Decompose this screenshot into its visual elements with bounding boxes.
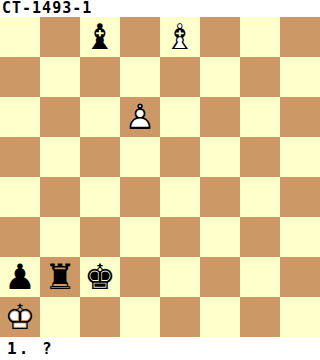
square-b3[interactable] [40,217,80,257]
square-b6[interactable] [40,97,80,137]
square-c4[interactable] [80,177,120,217]
square-h1[interactable] [280,297,320,337]
square-e5[interactable] [160,137,200,177]
square-e3[interactable] [160,217,200,257]
square-f6[interactable] [200,97,240,137]
white-bishop: ♝♗ [160,17,200,57]
square-g3[interactable] [240,217,280,257]
square-b7[interactable] [40,57,80,97]
square-c5[interactable] [80,137,120,177]
square-g4[interactable] [240,177,280,217]
square-a1[interactable]: ♚♔ [0,297,40,337]
square-d1[interactable] [120,297,160,337]
black-rook: ♜ [40,257,80,297]
square-a2[interactable]: ♟ [0,257,40,297]
square-f7[interactable] [200,57,240,97]
square-e2[interactable] [160,257,200,297]
square-g6[interactable] [240,97,280,137]
square-c6[interactable] [80,97,120,137]
square-c8[interactable]: ♝ [80,17,120,57]
square-b1[interactable] [40,297,80,337]
square-e1[interactable] [160,297,200,337]
square-a4[interactable] [0,177,40,217]
square-a5[interactable] [0,137,40,177]
square-f3[interactable] [200,217,240,257]
puzzle-title: CT-1493-1 [0,0,320,17]
square-e7[interactable] [160,57,200,97]
square-f8[interactable] [200,17,240,57]
square-d6[interactable]: ♟♙ [120,97,160,137]
square-d5[interactable] [120,137,160,177]
square-e8[interactable]: ♝♗ [160,17,200,57]
square-g5[interactable] [240,137,280,177]
white-king: ♚♔ [0,297,40,337]
square-d8[interactable] [120,17,160,57]
black-king: ♚ [80,257,120,297]
square-a7[interactable] [0,57,40,97]
square-h7[interactable] [280,57,320,97]
square-f1[interactable] [200,297,240,337]
square-h8[interactable] [280,17,320,57]
square-c3[interactable] [80,217,120,257]
square-h3[interactable] [280,217,320,257]
square-h4[interactable] [280,177,320,217]
square-c2[interactable]: ♚ [80,257,120,297]
white-pawn: ♟♙ [120,97,160,137]
square-c7[interactable] [80,57,120,97]
square-h2[interactable] [280,257,320,297]
square-b4[interactable] [40,177,80,217]
square-d2[interactable] [120,257,160,297]
square-f5[interactable] [200,137,240,177]
black-bishop: ♝ [80,17,120,57]
square-h6[interactable] [280,97,320,137]
square-d3[interactable] [120,217,160,257]
square-b5[interactable] [40,137,80,177]
square-d7[interactable] [120,57,160,97]
black-pawn: ♟ [0,257,40,297]
square-a3[interactable] [0,217,40,257]
move-prompt: 1. ? [0,337,320,360]
square-g1[interactable] [240,297,280,337]
square-b2[interactable]: ♜ [40,257,80,297]
square-g8[interactable] [240,17,280,57]
square-h5[interactable] [280,137,320,177]
square-b8[interactable] [40,17,80,57]
square-a6[interactable] [0,97,40,137]
square-d4[interactable] [120,177,160,217]
square-g2[interactable] [240,257,280,297]
square-f2[interactable] [200,257,240,297]
square-e6[interactable] [160,97,200,137]
square-g7[interactable] [240,57,280,97]
chess-board: ♝♝♗♟♙♟♜♚♚♔ [0,17,320,337]
square-c1[interactable] [80,297,120,337]
square-f4[interactable] [200,177,240,217]
square-a8[interactable] [0,17,40,57]
square-e4[interactable] [160,177,200,217]
